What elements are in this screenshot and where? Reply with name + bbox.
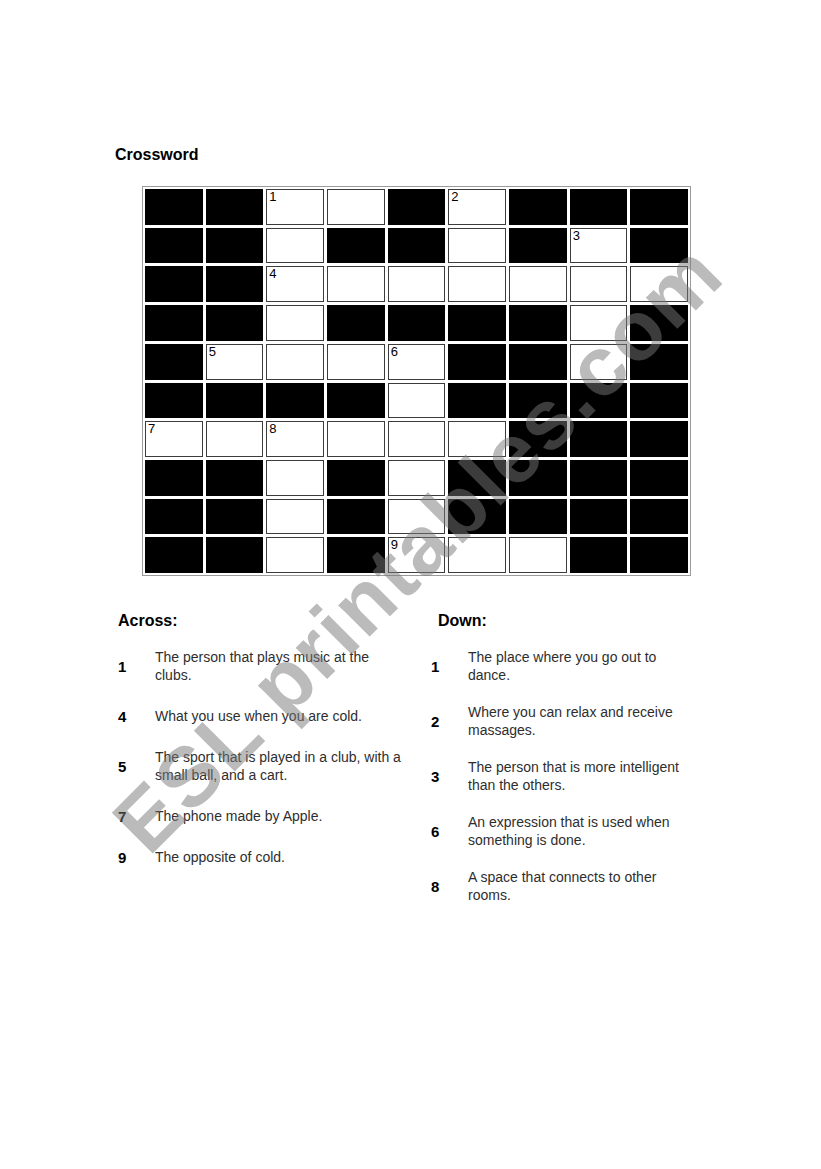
across-clue-text: The sport that is played in a club, with… — [155, 748, 407, 784]
cell-r5c3[interactable] — [266, 344, 324, 380]
cell-r3c3[interactable]: 4 — [266, 266, 324, 302]
cell-r6c6-block — [448, 383, 506, 419]
crossword-grid: 123456789 — [142, 186, 691, 576]
cell-r9c3[interactable] — [266, 499, 324, 535]
cell-r10c2-block — [206, 537, 264, 573]
cell-r4c5-block — [388, 305, 446, 341]
across-clue-text: The phone made by Apple. — [155, 807, 322, 825]
down-clue-number: 8 — [431, 878, 468, 895]
cell-r9c1-block — [145, 499, 203, 535]
down-clue-6: 6An expression that is used when somethi… — [431, 813, 701, 849]
cell-r10c8-block — [570, 537, 628, 573]
cell-r6c9-block — [630, 383, 688, 419]
cell-r3c8[interactable] — [570, 266, 628, 302]
cell-r5c9-block — [630, 344, 688, 380]
cell-r4c9-block — [630, 305, 688, 341]
cell-r8c4-block — [327, 460, 385, 496]
down-clue-text: A space that connects to other rooms. — [468, 868, 690, 904]
cell-r7c3[interactable]: 8 — [266, 421, 324, 457]
grid-number-9: 9 — [391, 538, 398, 552]
cell-r2c5-block — [388, 228, 446, 264]
cell-r8c1-block — [145, 460, 203, 496]
cell-r5c1-block — [145, 344, 203, 380]
cell-r10c4-block — [327, 537, 385, 573]
cell-r3c6[interactable] — [448, 266, 506, 302]
cell-r8c8-block — [570, 460, 628, 496]
cell-r9c2-block — [206, 499, 264, 535]
cell-r8c3[interactable] — [266, 460, 324, 496]
cell-r5c7-block — [509, 344, 567, 380]
cell-r2c8[interactable]: 3 — [570, 228, 628, 264]
down-clue-number: 3 — [431, 768, 468, 785]
cell-r9c5[interactable] — [388, 499, 446, 535]
cell-r7c8-block — [570, 421, 628, 457]
across-clue-1: 1The person that plays music at the club… — [118, 648, 418, 684]
down-clue-number: 1 — [431, 658, 468, 675]
down-clue-2: 2Where you can relax and receive massage… — [431, 703, 701, 739]
grid-number-4: 4 — [269, 267, 276, 281]
cell-r9c7-block — [509, 499, 567, 535]
cell-r6c4-block — [327, 383, 385, 419]
cell-r6c1-block — [145, 383, 203, 419]
across-clue-number: 1 — [118, 658, 155, 675]
cell-r7c4[interactable] — [327, 421, 385, 457]
cell-r1c7-block — [509, 189, 567, 225]
cell-r6c5[interactable] — [388, 383, 446, 419]
cell-r6c7-block — [509, 383, 567, 419]
cell-r7c7-block — [509, 421, 567, 457]
cell-r3c7[interactable] — [509, 266, 567, 302]
grid-number-3: 3 — [573, 229, 580, 243]
down-clue-list: 1The place where you go out to dance.2Wh… — [431, 648, 701, 904]
cell-r10c7[interactable] — [509, 537, 567, 573]
cell-r7c2[interactable] — [206, 421, 264, 457]
across-clue-4: 4What you use when you are cold. — [118, 707, 418, 725]
across-section: Across: 1The person that plays music at … — [118, 612, 418, 889]
down-section: Down: 1The place where you go out to dan… — [431, 612, 701, 923]
down-clue-text: An expression that is used when somethin… — [468, 813, 690, 849]
grid-number-8: 8 — [269, 422, 276, 436]
across-clue-text: What you use when you are cold. — [155, 707, 362, 725]
cell-r4c6-block — [448, 305, 506, 341]
worksheet-page: Crossword 123456789 Across: 1The person … — [0, 0, 821, 1169]
cell-r1c9-block — [630, 189, 688, 225]
cell-r5c6-block — [448, 344, 506, 380]
across-clue-text: The opposite of cold. — [155, 848, 285, 866]
cell-r3c5[interactable] — [388, 266, 446, 302]
cell-r6c2-block — [206, 383, 264, 419]
cell-r8c5[interactable] — [388, 460, 446, 496]
cell-r2c1-block — [145, 228, 203, 264]
cell-r5c2[interactable]: 5 — [206, 344, 264, 380]
cell-r2c7-block — [509, 228, 567, 264]
cell-r5c8[interactable] — [570, 344, 628, 380]
grid-number-1: 1 — [269, 190, 276, 204]
cell-r8c2-block — [206, 460, 264, 496]
cell-r3c4[interactable] — [327, 266, 385, 302]
cell-r1c4[interactable] — [327, 189, 385, 225]
cell-r10c1-block — [145, 537, 203, 573]
across-clue-number: 5 — [118, 758, 155, 775]
across-clue-number: 9 — [118, 849, 155, 866]
cell-r5c5[interactable]: 6 — [388, 344, 446, 380]
cell-r3c1-block — [145, 266, 203, 302]
cell-r9c9-block — [630, 499, 688, 535]
across-clue-number: 4 — [118, 708, 155, 725]
across-clue-text: The person that plays music at the clubs… — [155, 648, 407, 684]
cell-r10c9-block — [630, 537, 688, 573]
cell-r1c6[interactable]: 2 — [448, 189, 506, 225]
cell-r1c3[interactable]: 1 — [266, 189, 324, 225]
grid-number-7: 7 — [148, 422, 155, 436]
cell-r7c5[interactable] — [388, 421, 446, 457]
cell-r4c8[interactable] — [570, 305, 628, 341]
cell-r10c6[interactable] — [448, 537, 506, 573]
cell-r6c8-block — [570, 383, 628, 419]
down-heading: Down: — [438, 612, 701, 630]
cell-r2c2-block — [206, 228, 264, 264]
across-clue-5: 5The sport that is played in a club, wit… — [118, 748, 418, 784]
cell-r7c9-block — [630, 421, 688, 457]
cell-r3c9[interactable] — [630, 266, 688, 302]
cell-r8c7-block — [509, 460, 567, 496]
cell-r4c3[interactable] — [266, 305, 324, 341]
across-clue-number: 7 — [118, 808, 155, 825]
page-title: Crossword — [115, 146, 199, 164]
cell-r2c6[interactable] — [448, 228, 506, 264]
across-clue-7: 7The phone made by Apple. — [118, 807, 418, 825]
cell-r10c5[interactable]: 9 — [388, 537, 446, 573]
down-clue-text: The place where you go out to dance. — [468, 648, 690, 684]
cell-r5c4[interactable] — [327, 344, 385, 380]
cell-r7c1[interactable]: 7 — [145, 421, 203, 457]
cell-r2c3[interactable] — [266, 228, 324, 264]
down-clue-1: 1The place where you go out to dance. — [431, 648, 701, 684]
grid-number-2: 2 — [451, 190, 458, 204]
cell-r8c6-block — [448, 460, 506, 496]
down-clue-8: 8A space that connects to other rooms. — [431, 868, 701, 904]
cell-r1c2-block — [206, 189, 264, 225]
cell-r9c8-block — [570, 499, 628, 535]
cell-r10c3[interactable] — [266, 537, 324, 573]
down-clue-text: Where you can relax and receive massages… — [468, 703, 690, 739]
cell-r6c3-block — [266, 383, 324, 419]
down-clue-number: 2 — [431, 713, 468, 730]
across-clue-list: 1The person that plays music at the club… — [118, 648, 418, 866]
grid-number-6: 6 — [391, 345, 398, 359]
cell-r4c1-block — [145, 305, 203, 341]
cell-r1c8-block — [570, 189, 628, 225]
cell-r4c2-block — [206, 305, 264, 341]
cell-r2c4-block — [327, 228, 385, 264]
cell-r9c6-block — [448, 499, 506, 535]
cell-r3c2-block — [206, 266, 264, 302]
cell-r8c9-block — [630, 460, 688, 496]
down-clue-3: 3The person that is more intelligent tha… — [431, 758, 701, 794]
cell-r7c6[interactable] — [448, 421, 506, 457]
across-heading: Across: — [118, 612, 418, 630]
cell-r4c7-block — [509, 305, 567, 341]
across-clue-9: 9The opposite of cold. — [118, 848, 418, 866]
cell-r2c9-block — [630, 228, 688, 264]
cell-r1c1-block — [145, 189, 203, 225]
cell-r4c4-block — [327, 305, 385, 341]
down-clue-number: 6 — [431, 823, 468, 840]
cell-r1c5-block — [388, 189, 446, 225]
down-clue-text: The person that is more intelligent than… — [468, 758, 690, 794]
cell-r9c4-block — [327, 499, 385, 535]
grid-number-5: 5 — [209, 345, 216, 359]
